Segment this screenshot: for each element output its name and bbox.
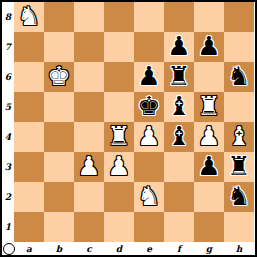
piece-white-pawn[interactable]: ♟ <box>194 122 224 152</box>
rank-label-8: 8 <box>2 2 14 32</box>
square-e7[interactable] <box>134 32 164 62</box>
square-a3[interactable] <box>14 152 44 182</box>
piece-white-rook[interactable]: ♜ <box>104 122 134 152</box>
piece-black-knight[interactable]: ♞ <box>224 62 254 92</box>
square-e5[interactable]: ♚ <box>134 92 164 122</box>
square-f3[interactable] <box>164 152 194 182</box>
white-to-move-indicator <box>3 243 15 255</box>
square-d2[interactable] <box>104 182 134 212</box>
rank-labels: 87654321 <box>2 2 14 242</box>
square-d1[interactable] <box>104 212 134 242</box>
square-c7[interactable] <box>74 32 104 62</box>
piece-white-pawn[interactable]: ♟ <box>74 152 104 182</box>
square-a5[interactable] <box>14 92 44 122</box>
square-d8[interactable] <box>104 2 134 32</box>
piece-white-bishop[interactable]: ♝ <box>224 122 254 152</box>
square-c8[interactable] <box>74 2 104 32</box>
square-g1[interactable] <box>194 212 224 242</box>
piece-black-rook[interactable]: ♜ <box>224 152 254 182</box>
square-c3[interactable]: ♟ <box>74 152 104 182</box>
square-c5[interactable] <box>74 92 104 122</box>
piece-white-pawn[interactable]: ♟ <box>134 122 164 152</box>
square-g4[interactable]: ♟ <box>194 122 224 152</box>
piece-black-bishop[interactable]: ♝ <box>164 122 194 152</box>
square-d4[interactable]: ♜ <box>104 122 134 152</box>
piece-white-pawn[interactable]: ♟ <box>104 152 134 182</box>
square-a1[interactable] <box>14 212 44 242</box>
square-a7[interactable] <box>14 32 44 62</box>
square-h2[interactable]: ♞ <box>224 182 254 212</box>
square-b6[interactable]: ♚ <box>44 62 74 92</box>
file-label-g: g <box>194 242 224 255</box>
square-b2[interactable] <box>44 182 74 212</box>
square-f4[interactable]: ♝ <box>164 122 194 152</box>
square-c6[interactable] <box>74 62 104 92</box>
square-d6[interactable] <box>104 62 134 92</box>
square-h4[interactable]: ♝ <box>224 122 254 152</box>
square-h3[interactable]: ♜ <box>224 152 254 182</box>
square-d7[interactable] <box>104 32 134 62</box>
square-e6[interactable]: ♟ <box>134 62 164 92</box>
square-f7[interactable]: ♟ <box>164 32 194 62</box>
square-b7[interactable] <box>44 32 74 62</box>
square-h8[interactable] <box>224 2 254 32</box>
piece-black-knight[interactable]: ♞ <box>224 182 254 212</box>
square-c4[interactable] <box>74 122 104 152</box>
square-f5[interactable]: ♝ <box>164 92 194 122</box>
square-h1[interactable] <box>224 212 254 242</box>
square-f6[interactable]: ♜ <box>164 62 194 92</box>
square-c1[interactable] <box>74 212 104 242</box>
piece-white-knight[interactable]: ♞ <box>134 182 164 212</box>
square-c2[interactable] <box>74 182 104 212</box>
square-g7[interactable]: ♟ <box>194 32 224 62</box>
piece-black-pawn[interactable]: ♟ <box>194 152 224 182</box>
square-h7[interactable] <box>224 32 254 62</box>
square-h6[interactable]: ♞ <box>224 62 254 92</box>
piece-black-rook[interactable]: ♜ <box>164 62 194 92</box>
square-d5[interactable] <box>104 92 134 122</box>
rank-label-3: 3 <box>2 152 14 182</box>
square-e8[interactable] <box>134 2 164 32</box>
square-b4[interactable] <box>44 122 74 152</box>
piece-white-rook[interactable]: ♜ <box>194 92 224 122</box>
square-h5[interactable] <box>224 92 254 122</box>
square-f8[interactable] <box>164 2 194 32</box>
file-label-h: h <box>224 242 254 255</box>
chess-diagram: 87654321 ♞♟♟♚♟♜♞♚♝♜♜♟♝♟♝♟♟♟♜♞♞ abcdefgh <box>0 0 257 257</box>
file-label-c: c <box>74 242 104 255</box>
square-g6[interactable] <box>194 62 224 92</box>
square-b3[interactable] <box>44 152 74 182</box>
piece-white-king[interactable]: ♚ <box>44 62 74 92</box>
rank-label-1: 1 <box>2 212 14 242</box>
square-e2[interactable]: ♞ <box>134 182 164 212</box>
file-label-a: a <box>14 242 44 255</box>
file-labels: abcdefgh <box>14 242 254 255</box>
square-a6[interactable] <box>14 62 44 92</box>
piece-black-pawn[interactable]: ♟ <box>164 32 194 62</box>
piece-white-knight[interactable]: ♞ <box>14 2 44 32</box>
square-g8[interactable] <box>194 2 224 32</box>
file-label-b: b <box>44 242 74 255</box>
square-a2[interactable] <box>14 182 44 212</box>
rank-label-5: 5 <box>2 92 14 122</box>
file-label-f: f <box>164 242 194 255</box>
square-g5[interactable]: ♜ <box>194 92 224 122</box>
square-b5[interactable] <box>44 92 74 122</box>
square-e3[interactable] <box>134 152 164 182</box>
rank-label-4: 4 <box>2 122 14 152</box>
square-f2[interactable] <box>164 182 194 212</box>
piece-black-pawn[interactable]: ♟ <box>194 32 224 62</box>
square-a8[interactable]: ♞ <box>14 2 44 32</box>
square-b1[interactable] <box>44 212 74 242</box>
rank-label-2: 2 <box>2 182 14 212</box>
square-d3[interactable]: ♟ <box>104 152 134 182</box>
file-label-e: e <box>134 242 164 255</box>
rank-label-7: 7 <box>2 32 14 62</box>
square-g3[interactable]: ♟ <box>194 152 224 182</box>
piece-black-pawn[interactable]: ♟ <box>134 62 164 92</box>
rank-label-6: 6 <box>2 62 14 92</box>
square-g2[interactable] <box>194 182 224 212</box>
file-label-d: d <box>104 242 134 255</box>
square-e4[interactable]: ♟ <box>134 122 164 152</box>
chess-board: ♞♟♟♚♟♜♞♚♝♜♜♟♝♟♝♟♟♟♜♞♞ <box>14 2 254 242</box>
piece-black-bishop[interactable]: ♝ <box>164 92 194 122</box>
piece-black-king[interactable]: ♚ <box>134 92 164 122</box>
square-f1[interactable] <box>164 212 194 242</box>
square-a4[interactable] <box>14 122 44 152</box>
square-e1[interactable] <box>134 212 164 242</box>
square-b8[interactable] <box>44 2 74 32</box>
